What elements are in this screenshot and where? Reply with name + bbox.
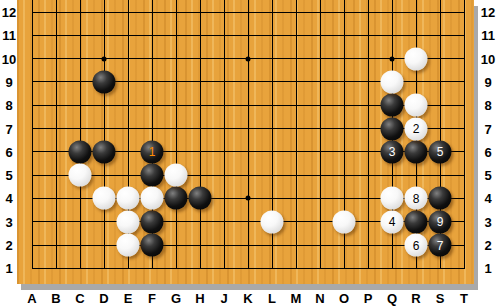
coord-label-right-5: 5: [484, 168, 491, 183]
coord-label-col-S: S: [436, 291, 445, 306]
coord-label-right-1: 1: [484, 261, 491, 276]
coord-label-left-10: 10: [2, 51, 16, 66]
coord-label-right-6: 6: [484, 144, 491, 159]
grid-line-vertical-K: [248, 0, 249, 269]
move-number-3: 3: [389, 146, 396, 158]
coord-label-col-N: N: [315, 291, 324, 306]
grid-line-row-5: [32, 175, 465, 176]
grid-line-row-11: [32, 35, 465, 36]
go-board-diagram: 135972846123456789101112123456789101112A…: [0, 0, 500, 308]
grid-line-vertical-A: [32, 0, 33, 269]
stone-black-F2: [141, 234, 164, 257]
coord-label-left-6: 6: [5, 144, 12, 159]
stone-white-L3: [261, 210, 284, 233]
grid-line-vertical-M: [296, 0, 297, 269]
coord-label-col-B: B: [51, 291, 60, 306]
stone-white-D4: [93, 187, 116, 210]
stone-black-R3: [405, 210, 428, 233]
grid-line-vertical-P: [368, 0, 369, 269]
coord-label-col-E: E: [124, 291, 133, 306]
stone-black-S3: 9: [429, 210, 452, 233]
stone-black-D6: [93, 140, 116, 163]
coord-label-col-O: O: [339, 291, 349, 306]
coord-label-right-4: 4: [484, 191, 491, 206]
stone-white-F4: [141, 187, 164, 210]
move-number-1: 1: [149, 146, 156, 158]
coord-label-right-7: 7: [484, 121, 491, 136]
stone-white-G5: [165, 164, 188, 187]
move-number-2: 2: [413, 123, 420, 135]
move-number-5: 5: [437, 146, 444, 158]
coord-label-right-11: 11: [481, 28, 495, 43]
stone-white-Q4: [381, 187, 404, 210]
grid-line-vertical-H: [200, 0, 201, 269]
coord-label-right-9: 9: [484, 74, 491, 89]
coord-label-col-M: M: [291, 291, 302, 306]
stone-black-S4: [429, 187, 452, 210]
coord-label-right-2: 2: [484, 238, 491, 253]
coord-label-col-L: L: [268, 291, 276, 306]
move-number-6: 6: [413, 239, 420, 251]
stone-white-R7: 2: [405, 117, 428, 140]
stone-black-Q6: 3: [381, 140, 404, 163]
stone-black-R6: [405, 140, 428, 163]
stone-white-R2: 6: [405, 234, 428, 257]
coord-label-col-G: G: [171, 291, 181, 306]
stone-black-F3: [141, 210, 164, 233]
move-number-9: 9: [437, 216, 444, 228]
stone-white-E4: [117, 187, 140, 210]
coord-label-col-C: C: [75, 291, 84, 306]
stone-black-G4: [165, 187, 188, 210]
coord-label-left-11: 11: [2, 28, 16, 43]
stone-white-O3: [333, 210, 356, 233]
stone-white-R4: 8: [405, 187, 428, 210]
grid-line-row-12: [32, 12, 465, 13]
coord-label-left-7: 7: [5, 121, 12, 136]
star-point-K10: [246, 56, 251, 61]
grid-line-vertical-D: [104, 0, 105, 269]
star-point-K4: [246, 196, 251, 201]
grid-line-vertical-C: [80, 0, 81, 269]
coord-label-left-4: 4: [5, 191, 12, 206]
move-number-7: 7: [437, 239, 444, 251]
grid-line-row-2: [32, 245, 465, 246]
coord-label-left-9: 9: [5, 74, 12, 89]
stone-white-Q9: [381, 70, 404, 93]
coord-label-col-P: P: [364, 291, 373, 306]
grid-line-vertical-J: [224, 0, 225, 269]
grid-line-vertical-T: [464, 0, 465, 269]
coord-label-col-H: H: [195, 291, 204, 306]
stone-white-C5: [69, 164, 92, 187]
coord-label-col-D: D: [99, 291, 108, 306]
coord-label-col-A: A: [27, 291, 36, 306]
coord-label-left-2: 2: [5, 238, 12, 253]
grid-line-vertical-N: [320, 0, 321, 269]
coord-label-col-F: F: [148, 291, 156, 306]
stone-white-E3: [117, 210, 140, 233]
move-number-4: 4: [389, 216, 396, 228]
stone-white-E2: [117, 234, 140, 257]
coord-label-col-J: J: [220, 291, 227, 306]
grid-line-vertical-B: [56, 0, 57, 269]
coord-label-left-8: 8: [5, 98, 12, 113]
stone-black-D9: [93, 70, 116, 93]
coord-label-col-Q: Q: [387, 291, 397, 306]
stone-white-Q3: 4: [381, 210, 404, 233]
coord-label-left-5: 5: [5, 168, 12, 183]
stone-white-R8: [405, 94, 428, 117]
coord-label-left-3: 3: [5, 214, 12, 229]
coord-label-right-12: 12: [481, 5, 495, 20]
coord-label-col-T: T: [460, 291, 468, 306]
stone-black-H4: [189, 187, 212, 210]
grid-line-vertical-G: [176, 0, 177, 269]
coord-label-left-1: 1: [5, 261, 12, 276]
coord-label-left-12: 12: [2, 5, 16, 20]
stone-black-C6: [69, 140, 92, 163]
stone-black-F6: 1: [141, 140, 164, 163]
stone-black-S2: 7: [429, 234, 452, 257]
coord-label-right-10: 10: [481, 51, 495, 66]
move-number-8: 8: [413, 192, 420, 204]
stone-white-R10: [405, 47, 428, 70]
coord-label-col-K: K: [243, 291, 252, 306]
stone-black-S6: 5: [429, 140, 452, 163]
star-point-Q10: [390, 56, 395, 61]
stone-black-F5: [141, 164, 164, 187]
stone-black-Q7: [381, 117, 404, 140]
star-point-D10: [102, 56, 107, 61]
coord-label-col-R: R: [411, 291, 420, 306]
coord-label-right-8: 8: [484, 98, 491, 113]
grid-line-row-1: [32, 268, 465, 269]
coord-label-right-3: 3: [484, 214, 491, 229]
stone-black-Q8: [381, 94, 404, 117]
